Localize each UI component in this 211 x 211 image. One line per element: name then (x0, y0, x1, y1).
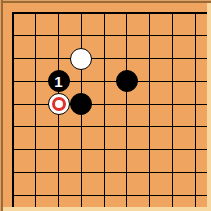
grid-line-horizontal (12, 195, 207, 196)
grid-line-vertical (12, 12, 14, 207)
move-number-label: 1 (54, 73, 62, 88)
stone-white-marked (48, 93, 70, 115)
board-edge-left (1, 0, 3, 211)
grid-line-vertical (149, 12, 150, 207)
stone-black (116, 70, 138, 92)
board-edge-top (0, 1, 211, 3)
grid-line-horizontal (12, 81, 207, 82)
grid-line-horizontal (12, 35, 207, 36)
grid-line-vertical (195, 12, 196, 207)
go-board: 1 (0, 0, 211, 211)
grid-line-horizontal (12, 126, 207, 127)
grid-line-horizontal (12, 58, 207, 59)
circle-marker-icon (52, 97, 66, 111)
grid-line-horizontal (12, 12, 207, 14)
board-cut-edge-bottom (3, 207, 211, 211)
grid-line-horizontal (12, 104, 207, 105)
grid-line-horizontal (12, 172, 207, 173)
stone-black (70, 93, 92, 115)
grid-line-horizontal (12, 149, 207, 150)
grid-line-vertical (104, 12, 105, 207)
board-cut-edge-right (207, 3, 211, 211)
grid-line-vertical (126, 12, 127, 207)
grid-line-vertical (172, 12, 173, 207)
stone-white (70, 48, 92, 70)
stone-black-move-1: 1 (48, 70, 70, 92)
grid-line-vertical (35, 12, 36, 207)
